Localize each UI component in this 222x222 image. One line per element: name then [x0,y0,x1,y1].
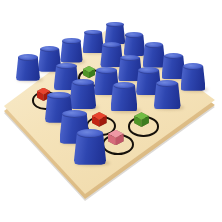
memory-game-board-photo [0,0,222,222]
blue-cup-r4c4[interactable] [74,129,106,165]
cup-top-face [18,54,38,60]
cup-top-face [113,82,136,89]
blue-cup-r0c4[interactable] [181,63,206,91]
cup-side [181,66,206,91]
cup-top-face [77,129,104,138]
blue-cup-r4c0[interactable] [16,54,40,81]
cup-top-face [156,80,178,87]
blue-cup-r3c2[interactable] [69,79,96,109]
pink-cube-r3c4[interactable] [108,130,124,146]
cup-top-face [56,63,77,70]
cup-side [16,57,40,81]
cup-top-face [125,32,143,38]
cup-top-face [62,38,81,44]
red-cube-r3c3[interactable] [92,112,107,127]
blue-cup-r2c3[interactable] [111,82,138,112]
green-cube-r2c4[interactable] [134,112,149,127]
cup-top-face [183,63,204,70]
cup-side [60,41,82,63]
cup-top-face [96,67,117,74]
cup-top-face [138,67,159,74]
blue-cup-r1c4[interactable] [154,80,181,110]
board-cells [0,0,222,222]
blue-cup-r0c0[interactable] [105,22,125,45]
cup-side [111,85,138,112]
cup-side [69,83,96,109]
cup-side [154,83,181,109]
cup-top-face [106,22,123,27]
cup-side [74,133,106,165]
cup-top-face [47,92,70,99]
blue-cup-r2c0[interactable] [60,38,82,63]
